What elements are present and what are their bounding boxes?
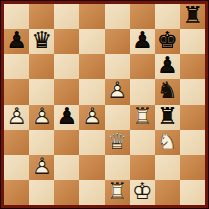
square-b8[interactable] [29,4,54,29]
black-rook-g4[interactable]: ♜♖ [155,105,180,130]
square-g6[interactable]: ♟♙ [155,54,180,79]
black-pawn-f7[interactable]: ♟♙ [130,29,155,54]
piece-glyph-outline: ♙ [4,105,29,129]
piece-glyph-outline: ♖ [180,4,205,28]
square-c3[interactable] [54,130,79,155]
square-a3[interactable] [4,130,29,155]
square-h5[interactable] [180,79,205,104]
square-f2[interactable] [130,155,155,180]
black-knight-g5[interactable]: ♞♘ [155,79,180,104]
square-e6[interactable] [105,54,130,79]
piece-glyph-outline: ♘ [155,79,180,103]
square-h6[interactable] [180,54,205,79]
square-e8[interactable] [105,4,130,29]
square-h1[interactable] [180,180,205,205]
piece-glyph-outline: ♙ [130,29,155,53]
square-c1[interactable] [54,180,79,205]
square-f1[interactable]: ♚♔ [130,180,155,205]
black-rook-h8[interactable]: ♜♖ [180,4,205,29]
square-f7[interactable]: ♟♙ [130,29,155,54]
square-g7[interactable]: ♚♔ [155,29,180,54]
square-b6[interactable] [29,54,54,79]
black-pawn-a7[interactable]: ♟♙ [4,29,29,54]
square-d7[interactable] [79,29,104,54]
white-pawn-b4[interactable]: ♟♙ [29,105,54,130]
piece-glyph-outline: ♙ [4,29,29,53]
chess-board-frame: ♜♖♟♙♛♕♟♙♚♔♟♙♟♙♞♘♟♙♟♙♟♙♟♙♜♖♜♖♛♕♞♘♟♙♜♖♚♔ [0,0,209,209]
square-c2[interactable] [54,155,79,180]
square-d3[interactable] [79,130,104,155]
white-pawn-d4[interactable]: ♟♙ [79,105,104,130]
white-pawn-e5[interactable]: ♟♙ [105,79,130,104]
square-f6[interactable] [130,54,155,79]
square-d1[interactable] [79,180,104,205]
square-g2[interactable] [155,155,180,180]
piece-glyph-outline: ♖ [130,105,155,129]
piece-glyph-outline: ♘ [155,130,180,154]
square-b2[interactable]: ♟♙ [29,155,54,180]
square-a6[interactable] [4,54,29,79]
square-b3[interactable] [29,130,54,155]
square-e1[interactable]: ♜♖ [105,180,130,205]
black-pawn-c4[interactable]: ♟♙ [54,105,79,130]
black-king-g7[interactable]: ♚♔ [155,29,180,54]
square-f8[interactable] [130,4,155,29]
square-b5[interactable] [29,79,54,104]
square-e7[interactable] [105,29,130,54]
square-d4[interactable]: ♟♙ [79,105,104,130]
square-h8[interactable]: ♜♖ [180,4,205,29]
white-rook-f4[interactable]: ♜♖ [130,105,155,130]
piece-glyph-outline: ♔ [130,180,155,204]
square-c4[interactable]: ♟♙ [54,105,79,130]
piece-glyph-outline: ♔ [155,29,180,53]
square-d8[interactable] [79,4,104,29]
square-h7[interactable] [180,29,205,54]
white-knight-g3[interactable]: ♞♘ [155,130,180,155]
white-pawn-b2[interactable]: ♟♙ [29,155,54,180]
piece-glyph-outline: ♙ [29,155,54,179]
white-queen-e3[interactable]: ♛♕ [105,130,130,155]
square-g4[interactable]: ♜♖ [155,105,180,130]
black-queen-b7[interactable]: ♛♕ [29,29,54,54]
piece-glyph-outline: ♙ [29,105,54,129]
black-pawn-g6[interactable]: ♟♙ [155,54,180,79]
square-a4[interactable]: ♟♙ [4,105,29,130]
square-d5[interactable] [79,79,104,104]
square-f3[interactable] [130,130,155,155]
square-a8[interactable] [4,4,29,29]
piece-glyph-outline: ♖ [105,180,130,204]
piece-glyph-outline: ♕ [29,29,54,53]
piece-glyph-outline: ♙ [105,79,130,103]
square-f5[interactable] [130,79,155,104]
square-b1[interactable] [29,180,54,205]
square-a2[interactable] [4,155,29,180]
square-a7[interactable]: ♟♙ [4,29,29,54]
square-e3[interactable]: ♛♕ [105,130,130,155]
square-a5[interactable] [4,79,29,104]
square-b4[interactable]: ♟♙ [29,105,54,130]
piece-glyph-outline: ♙ [79,105,104,129]
square-g5[interactable]: ♞♘ [155,79,180,104]
square-c5[interactable] [54,79,79,104]
piece-glyph-outline: ♖ [155,105,180,129]
square-d2[interactable] [79,155,104,180]
chess-board: ♜♖♟♙♛♕♟♙♚♔♟♙♟♙♞♘♟♙♟♙♟♙♟♙♜♖♜♖♛♕♞♘♟♙♜♖♚♔ [4,4,205,205]
square-c7[interactable] [54,29,79,54]
square-h2[interactable] [180,155,205,180]
square-h3[interactable] [180,130,205,155]
square-g3[interactable]: ♞♘ [155,130,180,155]
white-pawn-a4[interactable]: ♟♙ [4,105,29,130]
square-h4[interactable] [180,105,205,130]
square-a1[interactable] [4,180,29,205]
square-c6[interactable] [54,54,79,79]
square-e5[interactable]: ♟♙ [105,79,130,104]
square-f4[interactable]: ♜♖ [130,105,155,130]
square-e4[interactable] [105,105,130,130]
square-g1[interactable] [155,180,180,205]
white-rook-e1[interactable]: ♜♖ [105,180,130,205]
piece-glyph-outline: ♙ [54,105,79,129]
white-king-f1[interactable]: ♚♔ [130,180,155,205]
square-c8[interactable] [54,4,79,29]
square-b7[interactable]: ♛♕ [29,29,54,54]
piece-glyph-outline: ♕ [105,130,130,154]
square-e2[interactable] [105,155,130,180]
piece-glyph-outline: ♙ [155,54,180,78]
square-g8[interactable] [155,4,180,29]
square-d6[interactable] [79,54,104,79]
